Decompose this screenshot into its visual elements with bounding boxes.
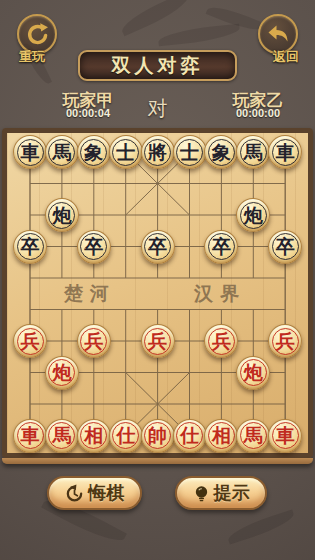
bamboo-leaf-decoration xyxy=(206,2,265,36)
piece-red-相[interactable]: 相 xyxy=(204,419,238,453)
piece-black-將[interactable]: 將 xyxy=(141,135,175,169)
xiangqi-app: 重玩 返回 双人对弈 玩家甲 00:00:04 对 玩家乙 00:00:00 xyxy=(0,0,315,560)
bamboo-leaf-decoration xyxy=(118,0,192,36)
piece-red-仕[interactable]: 仕 xyxy=(109,419,143,453)
piece-red-炮[interactable]: 炮 xyxy=(236,356,270,390)
piece-black-卒[interactable]: 卒 xyxy=(204,230,238,264)
piece-black-象[interactable]: 象 xyxy=(77,135,111,169)
piece-black-馬[interactable]: 馬 xyxy=(45,135,79,169)
undo-clock-icon xyxy=(65,484,84,503)
piece-red-兵[interactable]: 兵 xyxy=(77,324,111,358)
piece-red-帥[interactable]: 帥 xyxy=(141,419,175,453)
piece-red-仕[interactable]: 仕 xyxy=(173,419,207,453)
piece-black-士[interactable]: 士 xyxy=(173,135,207,169)
piece-red-馬[interactable]: 馬 xyxy=(236,419,270,453)
bamboo-leaf-decoration xyxy=(226,510,297,545)
xiangqi-board: 楚河 汉界 車馬象士將士象馬車炮炮卒卒卒卒卒兵兵兵兵兵炮炮車馬相仕帥仕相馬車 xyxy=(2,128,313,458)
river-label-left: 楚河 xyxy=(48,281,132,307)
bamboo-leaf-decoration xyxy=(157,24,240,46)
piece-black-車[interactable]: 車 xyxy=(13,135,47,169)
player-right-timer: 00:00:00 xyxy=(198,107,315,119)
hint-button[interactable]: 提示 xyxy=(175,476,267,510)
lightbulb-icon xyxy=(193,485,210,502)
page-title: 双人对弈 xyxy=(112,53,204,79)
hint-label: 提示 xyxy=(214,481,250,505)
piece-red-馬[interactable]: 馬 xyxy=(45,419,79,453)
piece-black-卒[interactable]: 卒 xyxy=(268,230,302,264)
piece-black-車[interactable]: 車 xyxy=(268,135,302,169)
piece-black-卒[interactable]: 卒 xyxy=(141,230,175,264)
back-label: 返回 xyxy=(258,48,314,66)
title-banner: 双人对弈 xyxy=(78,50,237,81)
piece-red-車[interactable]: 車 xyxy=(268,419,302,453)
piece-black-炮[interactable]: 炮 xyxy=(45,198,79,232)
replay-label: 重玩 xyxy=(4,48,60,66)
piece-red-炮[interactable]: 炮 xyxy=(45,356,79,390)
piece-black-卒[interactable]: 卒 xyxy=(77,230,111,264)
piece-red-相[interactable]: 相 xyxy=(77,419,111,453)
piece-red-兵[interactable]: 兵 xyxy=(13,324,47,358)
piece-black-士[interactable]: 士 xyxy=(109,135,143,169)
undo-button[interactable]: 悔棋 xyxy=(47,476,142,510)
piece-black-卒[interactable]: 卒 xyxy=(13,230,47,264)
replay-icon xyxy=(25,22,49,46)
piece-red-兵[interactable]: 兵 xyxy=(141,324,175,358)
board-surface[interactable]: 楚河 汉界 車馬象士將士象馬車炮炮卒卒卒卒卒兵兵兵兵兵炮炮車馬相仕帥仕相馬車 xyxy=(7,133,308,453)
piece-red-兵[interactable]: 兵 xyxy=(268,324,302,358)
undo-label: 悔棋 xyxy=(88,481,124,505)
board-bottom-edge xyxy=(2,458,313,464)
back-arrow-icon xyxy=(266,22,290,46)
piece-red-車[interactable]: 車 xyxy=(13,419,47,453)
river-label-right: 汉界 xyxy=(178,281,262,307)
